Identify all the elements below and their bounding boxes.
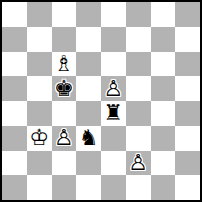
white-pawn-c3: ♟♙ [52,126,77,151]
square-h4[interactable] [175,101,200,126]
square-c6[interactable]: ♝♗ [52,52,77,77]
square-d7[interactable] [76,27,101,52]
square-b1[interactable] [27,175,52,200]
square-b2[interactable] [27,151,52,176]
square-e5[interactable]: ♟♙ [101,76,126,101]
square-e7[interactable] [101,27,126,52]
square-c4[interactable] [52,101,77,126]
square-g8[interactable] [151,2,176,27]
square-c1[interactable] [52,175,77,200]
square-d1[interactable] [76,175,101,200]
square-b3[interactable]: ♚♔ [27,126,52,151]
white-pawn-e5: ♟♙ [101,76,126,101]
square-b4[interactable] [27,101,52,126]
square-g5[interactable] [151,76,176,101]
square-c7[interactable] [52,27,77,52]
square-e8[interactable] [101,2,126,27]
square-e1[interactable] [101,175,126,200]
square-d3[interactable]: ♞♞ [76,126,101,151]
white-bishop-c6: ♝♗ [52,52,77,77]
square-f5[interactable] [126,76,151,101]
square-b7[interactable] [27,27,52,52]
square-a8[interactable] [2,2,27,27]
square-g2[interactable] [151,151,176,176]
square-c3[interactable]: ♟♙ [52,126,77,151]
square-b5[interactable] [27,76,52,101]
square-h6[interactable] [175,52,200,77]
square-h2[interactable] [175,151,200,176]
square-f4[interactable] [126,101,151,126]
black-king-c5: ♚♚ [52,76,77,101]
square-h7[interactable] [175,27,200,52]
square-f3[interactable] [126,126,151,151]
square-g6[interactable] [151,52,176,77]
square-b6[interactable] [27,52,52,77]
white-pawn-f2: ♟♙ [126,151,151,176]
square-d4[interactable] [76,101,101,126]
square-a5[interactable] [2,76,27,101]
square-c5[interactable]: ♚♚ [52,76,77,101]
square-f6[interactable] [126,52,151,77]
black-rook-e4: ♜♜ [101,101,126,126]
square-e4[interactable]: ♜♜ [101,101,126,126]
square-h1[interactable] [175,175,200,200]
square-h8[interactable] [175,2,200,27]
square-e2[interactable] [101,151,126,176]
black-knight-d3: ♞♞ [76,126,101,151]
chess-board: ♝♗♚♚♟♙♜♜♚♔♟♙♞♞♟♙ [0,0,202,202]
square-g3[interactable] [151,126,176,151]
square-e6[interactable] [101,52,126,77]
square-g7[interactable] [151,27,176,52]
square-b8[interactable] [27,2,52,27]
square-a2[interactable] [2,151,27,176]
square-f2[interactable]: ♟♙ [126,151,151,176]
square-e3[interactable] [101,126,126,151]
square-c2[interactable] [52,151,77,176]
square-a4[interactable] [2,101,27,126]
square-g4[interactable] [151,101,176,126]
square-a6[interactable] [2,52,27,77]
square-a1[interactable] [2,175,27,200]
square-c8[interactable] [52,2,77,27]
square-g1[interactable] [151,175,176,200]
square-d6[interactable] [76,52,101,77]
square-f8[interactable] [126,2,151,27]
square-h5[interactable] [175,76,200,101]
square-a7[interactable] [2,27,27,52]
square-d2[interactable] [76,151,101,176]
square-a3[interactable] [2,126,27,151]
square-d8[interactable] [76,2,101,27]
white-king-b3: ♚♔ [27,126,52,151]
square-d5[interactable] [76,76,101,101]
square-h3[interactable] [175,126,200,151]
square-f1[interactable] [126,175,151,200]
square-f7[interactable] [126,27,151,52]
